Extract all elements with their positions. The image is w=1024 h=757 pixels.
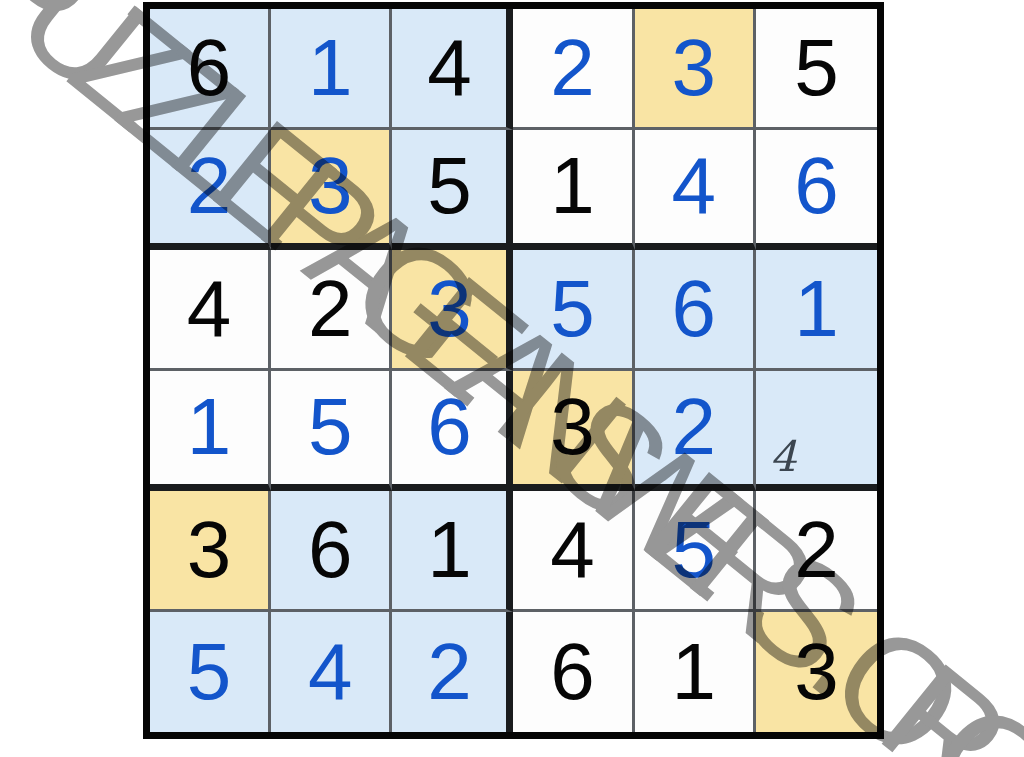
cell-r3c6[interactable]: 1 [756, 250, 877, 371]
cell-r2c3[interactable]: 5 [392, 130, 513, 251]
solved-digit: 5 [671, 510, 716, 590]
cell-r3c2[interactable]: 2 [271, 250, 392, 371]
solved-digit: 5 [308, 387, 353, 467]
solved-digit: 3 [308, 146, 353, 226]
solved-digit: 2 [550, 28, 595, 108]
solved-digit: 6 [671, 269, 716, 349]
cell-r3c5[interactable]: 6 [635, 250, 756, 371]
given-digit: 3 [187, 510, 232, 590]
cell-r1c2[interactable]: 1 [271, 9, 392, 130]
cell-r6c3[interactable]: 2 [392, 612, 513, 733]
given-digit: 6 [187, 28, 232, 108]
solved-digit: 6 [794, 146, 839, 226]
sudoku-board: 614235235146423561156324361452542613 [143, 2, 884, 739]
solved-digit: 1 [308, 28, 353, 108]
cell-r1c5[interactable]: 3 [635, 9, 756, 130]
given-digit: 6 [308, 510, 353, 590]
cell-r6c4[interactable]: 6 [513, 612, 634, 733]
cell-r5c5[interactable]: 5 [635, 491, 756, 612]
given-digit: 2 [308, 269, 353, 349]
cell-r2c2[interactable]: 3 [271, 130, 392, 251]
cell-r1c6[interactable]: 5 [756, 9, 877, 130]
cell-r3c3[interactable]: 3 [392, 250, 513, 371]
solved-digit: 2 [671, 387, 716, 467]
cell-r1c3[interactable]: 4 [392, 9, 513, 130]
cell-r2c1[interactable]: 2 [150, 130, 271, 251]
given-digit: 5 [794, 28, 839, 108]
cell-r6c5[interactable]: 1 [635, 612, 756, 733]
given-digit: 4 [187, 269, 232, 349]
given-digit: 6 [550, 632, 595, 712]
cell-r1c4[interactable]: 2 [513, 9, 634, 130]
solved-digit: 2 [187, 146, 232, 226]
cell-r5c6[interactable]: 2 [756, 491, 877, 612]
cell-r4c3[interactable]: 6 [392, 371, 513, 492]
cell-r6c1[interactable]: 5 [150, 612, 271, 733]
cell-r1c1[interactable]: 6 [150, 9, 271, 130]
solved-digit: 5 [187, 632, 232, 712]
given-digit: 2 [794, 510, 839, 590]
given-digit: 1 [671, 632, 716, 712]
cell-r4c1[interactable]: 1 [150, 371, 271, 492]
cell-r4c6[interactable]: 4 [756, 371, 877, 492]
pencil-mark: 4 [770, 436, 797, 478]
cell-r5c3[interactable]: 1 [392, 491, 513, 612]
cell-r3c4[interactable]: 5 [513, 250, 634, 371]
given-digit: 3 [550, 387, 595, 467]
cell-r6c6[interactable]: 3 [756, 612, 877, 733]
solved-digit: 3 [671, 28, 716, 108]
cell-r2c5[interactable]: 4 [635, 130, 756, 251]
given-digit: 4 [427, 28, 472, 108]
given-digit: 5 [427, 146, 472, 226]
cell-r4c5[interactable]: 2 [635, 371, 756, 492]
watermark-letter: G [896, 667, 1024, 757]
given-digit: 4 [550, 510, 595, 590]
given-digit: 3 [794, 632, 839, 712]
cell-r3c1[interactable]: 4 [150, 250, 271, 371]
solved-digit: 3 [427, 269, 472, 349]
solved-digit: 2 [427, 632, 472, 712]
watermark-letter: P [0, 0, 126, 86]
solved-digit: 6 [427, 387, 472, 467]
given-digit: 1 [550, 146, 595, 226]
cell-r6c2[interactable]: 4 [271, 612, 392, 733]
cell-r5c1[interactable]: 3 [150, 491, 271, 612]
solved-digit: 1 [187, 387, 232, 467]
cell-r2c6[interactable]: 6 [756, 130, 877, 251]
cell-r4c4[interactable]: 3 [513, 371, 634, 492]
page: 614235235146423561156324361452542613 PUZ… [0, 0, 1024, 757]
cell-r2c4[interactable]: 1 [513, 130, 634, 251]
solved-digit: 1 [794, 269, 839, 349]
solved-digit: 5 [550, 269, 595, 349]
cell-r4c2[interactable]: 5 [271, 371, 392, 492]
given-digit: 1 [427, 510, 472, 590]
cell-r5c2[interactable]: 6 [271, 491, 392, 612]
cell-r5c4[interactable]: 4 [513, 491, 634, 612]
solved-digit: 4 [671, 146, 716, 226]
solved-digit: 4 [308, 632, 353, 712]
